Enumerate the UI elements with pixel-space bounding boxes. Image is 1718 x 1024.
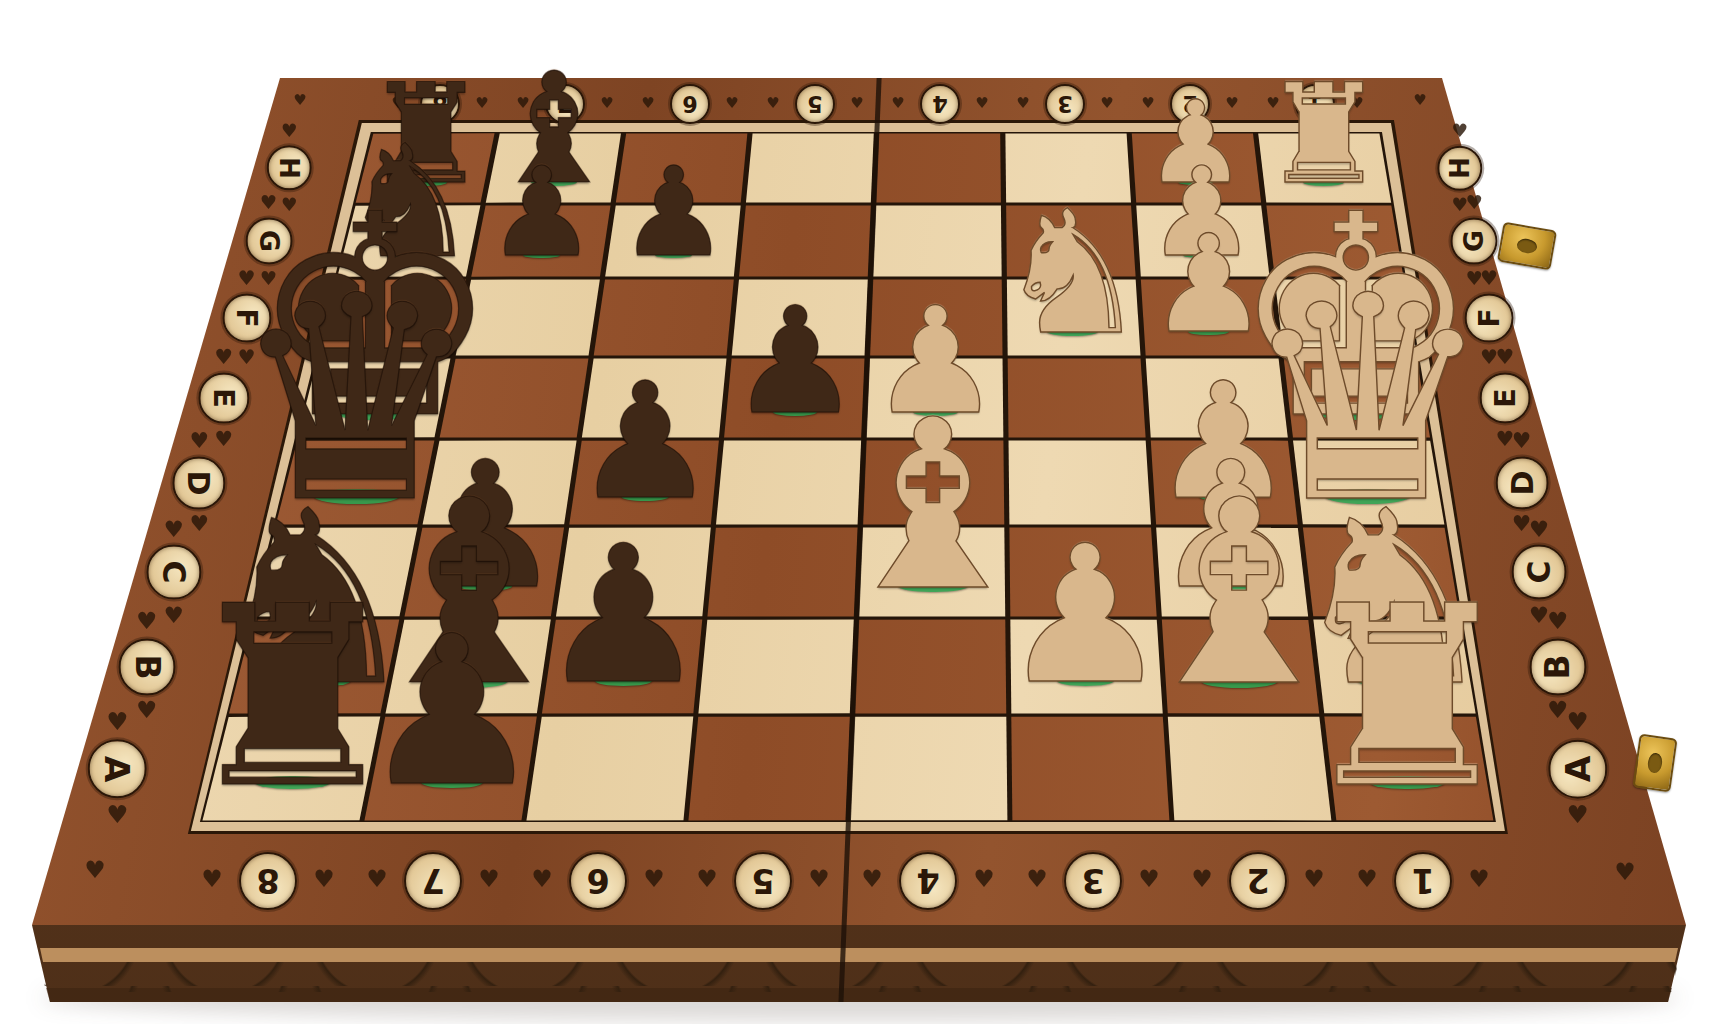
heart-motif: ♥ [641,96,654,111]
file-label-right-C: C [1512,545,1567,600]
heart-motif: ♥ [1451,122,1468,141]
heart-motif: ♥ [1496,347,1515,368]
file-label-right-B: B [1529,638,1586,695]
heart-motif: ♥ [643,867,665,891]
piece-white-rook-a1[interactable]: ♜ [1296,573,1520,823]
heart-motif: ♥ [366,867,388,891]
piece-black-pawn-d6[interactable]: ♟ [573,362,717,523]
heart-motif: ♥ [1138,867,1160,891]
heart-motif: ♥ [1512,430,1532,452]
heart-motif: ♥ [1356,867,1378,891]
heart-motif: ♥ [1566,802,1588,827]
heart-motif: ♥ [975,96,988,111]
heart-motif: ♥ [281,122,298,141]
rank-label-bottom-2: 2 [1229,852,1287,910]
rank-label-bottom-5: 5 [734,852,792,910]
file-label-left-B: B [118,638,175,695]
heart-motif: ♥ [725,96,738,111]
heart-motif: ♥ [766,96,779,111]
heart-motif: ♥ [190,430,210,452]
heart-motif: ♥ [1026,867,1048,891]
rank-label-top-5: 5 [795,84,835,124]
corner-scroll-motif: ♥ [1413,93,1426,108]
heart-motif: ♥ [973,867,995,891]
brass-clasp-upper [1497,222,1557,271]
corner-scroll-motif: ♥ [1614,860,1636,884]
heart-motif: ♥ [1100,96,1113,111]
heart-motif: ♥ [1547,610,1568,634]
heart-motif: ♥ [190,513,210,535]
heart-motif: ♥ [136,699,157,723]
piece-black-pawn-b6[interactable]: ♟ [538,521,708,711]
heart-motif: ♥ [201,867,223,891]
file-label-left-A: A [88,739,147,798]
piece-black-pawn-g6[interactable]: ♟ [618,151,729,275]
heart-motif: ♥ [478,867,500,891]
piece-white-knight-f3[interactable]: ♞ [996,188,1149,358]
piece-black-pawn-a7[interactable]: ♟ [360,609,545,815]
rank-label-top-4: 4 [920,84,960,124]
file-label-right-D: D [1495,456,1548,509]
heart-motif: ♥ [1303,867,1325,891]
heart-motif: ♥ [808,867,830,891]
corner-scroll-motif: ♥ [84,858,106,882]
photo-stage: HH♥♥♥♥GG♥♥♥♥FF♥♥♥♥EE♥♥♥♥DD♥♥♥♥CC♥♥♥♥BB♥♥… [0,0,1718,1024]
heart-motif: ♥ [1191,867,1213,891]
rank-label-bottom-3: 3 [1064,852,1122,910]
rank-label-bottom-4: 4 [899,852,957,910]
heart-motif: ♥ [1468,867,1490,891]
heart-motif: ♥ [1566,710,1588,735]
rank-label-bottom-8: 8 [239,852,297,910]
file-label-right-A: A [1548,739,1607,798]
heart-motif: ♥ [861,867,883,891]
heart-motif: ♥ [106,802,128,827]
heart-motif: ♥ [1547,699,1568,723]
heart-motif: ♥ [1016,96,1029,111]
rank-label-top-6: 6 [670,84,710,124]
heart-motif: ♥ [136,610,157,634]
heart-motif: ♥ [850,96,863,111]
heart-motif: ♥ [1529,517,1549,540]
rank-label-top-3: 3 [1045,84,1085,124]
heart-motif: ♥ [696,867,718,891]
corner-scroll-motif: ♥ [293,93,306,108]
heart-motif: ♥ [163,517,183,540]
rank-label-bottom-1: 1 [1394,852,1452,910]
heart-motif: ♥ [313,867,335,891]
rank-label-bottom-6: 6 [569,852,627,910]
rank-label-bottom-7: 7 [404,852,462,910]
brass-clasp-lower [1632,734,1677,793]
heart-motif: ♥ [891,96,904,111]
heart-motif: ♥ [531,867,553,891]
piece-black-pawn-g7[interactable]: ♟ [486,151,597,275]
heart-motif: ♥ [106,710,128,735]
